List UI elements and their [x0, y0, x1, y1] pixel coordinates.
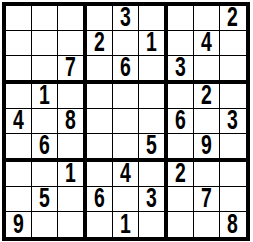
cell-r2c9[interactable]	[220, 31, 246, 56]
cell-r9c1[interactable]: 9	[6, 212, 32, 237]
cell-r6c6[interactable]: 5	[139, 134, 168, 162]
given-digit: 3	[120, 6, 131, 31]
cell-r7c7[interactable]: 2	[168, 162, 194, 187]
cell-r3c7[interactable]: 3	[168, 56, 194, 84]
cell-r3c8[interactable]	[194, 56, 220, 84]
cell-r1c4[interactable]	[87, 6, 113, 31]
cell-r1c3[interactable]	[58, 6, 87, 31]
cell-r2c4[interactable]: 2	[87, 31, 113, 56]
cell-r5c3[interactable]: 8	[58, 109, 87, 134]
cell-r5c4[interactable]	[87, 109, 113, 134]
given-digit: 6	[175, 109, 186, 134]
cell-r2c7[interactable]	[168, 31, 194, 56]
cell-r1c9[interactable]: 2	[220, 6, 246, 31]
cell-r1c1[interactable]	[6, 6, 32, 31]
cell-r7c3[interactable]: 1	[58, 162, 87, 187]
given-digit: 9	[13, 212, 24, 237]
cell-r3c5[interactable]: 6	[113, 56, 139, 84]
given-digit: 5	[39, 187, 50, 212]
cell-r6c2[interactable]: 6	[32, 134, 58, 162]
cell-r1c5[interactable]: 3	[113, 6, 139, 31]
cell-r7c8[interactable]	[194, 162, 220, 187]
cell-r3c9[interactable]	[220, 56, 246, 84]
cell-r7c4[interactable]	[87, 162, 113, 187]
cell-r2c1[interactable]	[6, 31, 32, 56]
cell-r4c5[interactable]	[113, 84, 139, 109]
cell-r7c6[interactable]	[139, 162, 168, 187]
cell-r9c7[interactable]	[168, 212, 194, 237]
given-digit: 4	[13, 109, 24, 134]
cell-r6c7[interactable]	[168, 134, 194, 162]
cell-r1c6[interactable]	[139, 6, 168, 31]
given-digit: 3	[175, 56, 186, 82]
cell-r2c6[interactable]: 1	[139, 31, 168, 56]
cell-r2c8[interactable]: 4	[194, 31, 220, 56]
cell-r4c9[interactable]	[220, 84, 246, 109]
cell-r3c2[interactable]	[32, 56, 58, 84]
cell-r8c2[interactable]: 5	[32, 187, 58, 212]
given-digit: 1	[146, 31, 157, 56]
cell-r6c4[interactable]	[87, 134, 113, 162]
cell-r4c7[interactable]	[168, 84, 194, 109]
cell-r5c5[interactable]	[113, 109, 139, 134]
given-digit: 3	[146, 187, 157, 212]
cell-r4c3[interactable]	[58, 84, 87, 109]
given-digit: 6	[120, 56, 131, 82]
cell-r5c8[interactable]	[194, 109, 220, 134]
cell-r4c1[interactable]	[6, 84, 32, 109]
given-digit: 1	[120, 212, 131, 237]
cell-r3c3[interactable]: 7	[58, 56, 87, 84]
cell-r6c1[interactable]	[6, 134, 32, 162]
given-digit: 8	[65, 109, 76, 134]
cell-r5c6[interactable]	[139, 109, 168, 134]
cell-r9c4[interactable]	[87, 212, 113, 237]
cell-r1c2[interactable]	[32, 6, 58, 31]
cell-r9c5[interactable]: 1	[113, 212, 139, 237]
cell-r7c2[interactable]	[32, 162, 58, 187]
given-digit: 2	[228, 6, 239, 31]
given-digit: 2	[94, 31, 105, 56]
cell-r1c8[interactable]	[194, 6, 220, 31]
cell-r1c7[interactable]	[168, 6, 194, 31]
cell-r2c5[interactable]	[113, 31, 139, 56]
cell-r8c3[interactable]	[58, 187, 87, 212]
given-digit: 2	[201, 84, 212, 109]
given-digit: 7	[201, 187, 212, 212]
cell-r8c6[interactable]: 3	[139, 187, 168, 212]
cell-r8c1[interactable]	[6, 187, 32, 212]
given-digit: 3	[228, 109, 239, 134]
cell-r2c2[interactable]	[32, 31, 58, 56]
cell-r7c1[interactable]	[6, 162, 32, 187]
given-digit: 6	[39, 134, 50, 160]
cell-r4c4[interactable]	[87, 84, 113, 109]
cell-r4c8[interactable]: 2	[194, 84, 220, 109]
cell-r6c3[interactable]	[58, 134, 87, 162]
given-digit: 8	[228, 212, 239, 237]
cell-r8c5[interactable]	[113, 187, 139, 212]
cell-r9c3[interactable]	[58, 212, 87, 237]
cell-r9c9[interactable]: 8	[220, 212, 246, 237]
cell-r5c7[interactable]: 6	[168, 109, 194, 134]
cell-r8c7[interactable]	[168, 187, 194, 212]
given-digit: 7	[65, 56, 76, 82]
cell-r9c8[interactable]	[194, 212, 220, 237]
sudoku-board-wrapper: 322147631248636591425637918	[0, 0, 252, 242]
cell-r8c9[interactable]	[220, 187, 246, 212]
given-digit: 4	[120, 162, 131, 187]
cell-r5c1[interactable]: 4	[6, 109, 32, 134]
cell-r9c2[interactable]	[32, 212, 58, 237]
cell-r6c9[interactable]	[220, 134, 246, 162]
given-digit: 6	[94, 187, 105, 212]
cell-r5c9[interactable]: 3	[220, 109, 246, 134]
cell-r6c8[interactable]: 9	[194, 134, 220, 162]
cell-r8c4[interactable]: 6	[87, 187, 113, 212]
cell-r7c9[interactable]	[220, 162, 246, 187]
sudoku-board: 322147631248636591425637918	[2, 2, 250, 241]
given-digit: 2	[175, 162, 186, 187]
cell-r9c6[interactable]	[139, 212, 168, 237]
cell-r4c2[interactable]: 1	[32, 84, 58, 109]
given-digit: 1	[65, 162, 76, 187]
cell-r7c5[interactable]: 4	[113, 162, 139, 187]
cell-r6c5[interactable]	[113, 134, 139, 162]
cell-r5c2[interactable]	[32, 109, 58, 134]
given-digit: 5	[146, 134, 157, 160]
cell-r4c6[interactable]	[139, 84, 168, 109]
cell-r3c6[interactable]	[139, 56, 168, 84]
cell-r2c3[interactable]	[58, 31, 87, 56]
given-digit: 9	[201, 134, 212, 160]
cell-r3c1[interactable]	[6, 56, 32, 84]
given-digit: 4	[201, 31, 212, 56]
given-digit: 1	[39, 84, 50, 109]
cell-r8c8[interactable]: 7	[194, 187, 220, 212]
cell-r3c4[interactable]	[87, 56, 113, 84]
